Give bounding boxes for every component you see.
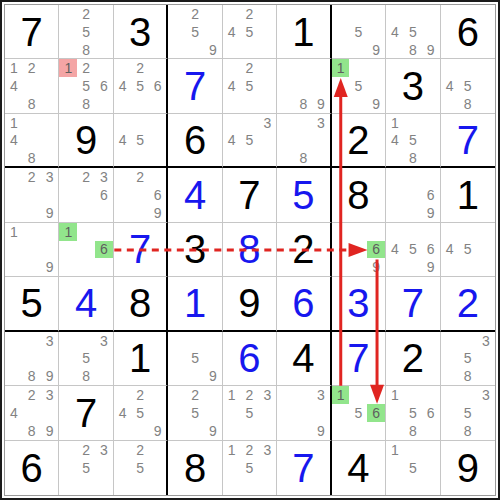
candidate-1[interactable]: 1 (386, 386, 404, 404)
candidate-9[interactable]: 9 (367, 95, 385, 113)
cell-r9c3[interactable]: 25 (114, 441, 168, 495)
candidate-grid: 1568 (386, 386, 439, 439)
empty-candidate-slot (23, 349, 41, 367)
cell-r7c1[interactable]: 389 (5, 332, 59, 386)
candidate-3[interactable]: 3 (258, 441, 276, 459)
candidate-5[interactable]: 5 (241, 459, 259, 477)
cell-r2c6[interactable]: 89 (277, 59, 331, 113)
empty-candidate-slot (5, 258, 23, 276)
candidate-9[interactable]: 9 (422, 258, 440, 276)
cell-r4c1[interactable]: 239 (5, 168, 59, 222)
cell-r6c8[interactable]: 7 (386, 277, 440, 331)
empty-candidate-slot (258, 422, 276, 440)
candidate-2[interactable]: 2 (186, 5, 204, 23)
candidate-9[interactable]: 9 (41, 367, 59, 385)
candidate-3[interactable]: 3 (95, 441, 113, 459)
candidate-2[interactable]: 2 (131, 168, 148, 186)
empty-candidate-slot (186, 367, 204, 385)
candidate-3[interactable]: 3 (41, 168, 59, 186)
empty-candidate-slot (422, 386, 440, 404)
empty-candidate-slot (312, 131, 329, 148)
candidate-4[interactable]: 4 (223, 131, 241, 148)
empty-candidate-slot (312, 404, 329, 422)
candidate-2[interactable]: 2 (131, 59, 148, 77)
cell-r8c3[interactable]: 2459 (114, 386, 168, 440)
empty-candidate-slot (23, 204, 41, 222)
empty-candidate-slot (477, 59, 495, 77)
candidate-4[interactable]: 4 (223, 23, 241, 41)
cell-r4c7[interactable]: 8 (332, 168, 386, 222)
candidate-2[interactable]: 2 (186, 386, 204, 404)
cell-r9c7[interactable]: 4 (332, 441, 386, 495)
candidate-3[interactable]: 3 (312, 386, 329, 404)
candidate-5[interactable]: 5 (131, 131, 148, 148)
candidate-grid: 345 (223, 114, 276, 166)
candidate-grid: 245 (223, 5, 276, 58)
candidate-grid: 156 (332, 386, 385, 439)
candidate-2[interactable]: 2 (77, 168, 95, 186)
cell-r6c9[interactable]: 2 (441, 277, 495, 331)
candidate-8[interactable]: 8 (23, 95, 41, 113)
candidate-8[interactable]: 8 (295, 95, 312, 113)
cell-r5c9[interactable]: 45 (441, 223, 495, 277)
cell-r6c5[interactable]: 9 (223, 277, 277, 331)
cell-r3c1[interactable]: 148 (5, 114, 59, 168)
cell-r8c5[interactable]: 1235 (223, 386, 277, 440)
cell-r3c7[interactable]: 2 (332, 114, 386, 168)
candidate-2[interactable]: 2 (241, 59, 259, 77)
candidate-2[interactable]: 2 (131, 386, 148, 404)
empty-candidate-slot (95, 41, 113, 59)
empty-candidate-slot (404, 186, 422, 204)
candidate-8[interactable]: 8 (77, 95, 95, 113)
empty-candidate-slot (349, 386, 367, 404)
candidate-1[interactable]: 1 (223, 441, 241, 459)
empty-candidate-slot (332, 223, 350, 241)
candidate-5[interactable]: 5 (131, 404, 148, 422)
cell-r9c8[interactable]: 15 (386, 441, 440, 495)
given-digit: 7 (238, 175, 260, 215)
empty-candidate-slot (277, 149, 294, 166)
candidate-5[interactable]: 5 (186, 23, 204, 41)
cell-r3c9[interactable]: 7 (441, 114, 495, 168)
empty-candidate-slot (41, 95, 59, 113)
candidate-8[interactable]: 8 (77, 41, 95, 59)
candidate-6-green-highlight[interactable]: 6 (367, 241, 385, 259)
empty-candidate-slot (477, 367, 495, 385)
cell-r1c5[interactable]: 245 (223, 5, 277, 59)
empty-candidate-slot (404, 223, 422, 241)
empty-candidate-slot (5, 386, 23, 404)
candidate-9[interactable]: 9 (41, 422, 59, 440)
candidate-5[interactable]: 5 (241, 404, 259, 422)
empty-candidate-slot (59, 5, 77, 23)
candidate-5[interactable]: 5 (404, 23, 422, 41)
candidate-9[interactable]: 9 (149, 204, 166, 222)
candidate-3[interactable]: 3 (258, 386, 276, 404)
cell-r6c2[interactable]: 4 (59, 277, 113, 331)
candidate-6-green-highlight[interactable]: 6 (95, 241, 113, 259)
cell-r8c8[interactable]: 1568 (386, 386, 440, 440)
candidate-5[interactable]: 5 (459, 241, 477, 259)
candidate-3[interactable]: 3 (95, 332, 113, 350)
empty-candidate-slot (131, 149, 148, 166)
empty-candidate-slot (332, 422, 350, 440)
empty-candidate-slot (295, 404, 312, 422)
candidate-2[interactable]: 2 (23, 168, 41, 186)
cell-r1c3[interactable]: 3 (114, 5, 168, 59)
cell-r4c6[interactable]: 5 (277, 168, 331, 222)
solved-digit: 7 (402, 283, 424, 323)
candidate-5[interactable]: 5 (186, 404, 204, 422)
candidate-4[interactable]: 4 (386, 23, 404, 41)
candidate-1-green-highlight[interactable]: 1 (59, 223, 77, 241)
cell-r2c1[interactable]: 1248 (5, 59, 59, 113)
candidate-6[interactable]: 6 (422, 241, 440, 259)
cell-r4c4[interactable]: 4 (168, 168, 222, 222)
candidate-4[interactable]: 4 (441, 241, 459, 259)
candidate-6[interactable]: 6 (422, 186, 440, 204)
candidate-4[interactable]: 4 (5, 131, 23, 148)
cell-r1c1[interactable]: 7 (5, 5, 59, 59)
cell-r3c6[interactable]: 38 (277, 114, 331, 168)
candidate-1-red-highlight[interactable]: 1 (59, 59, 77, 77)
candidate-4[interactable]: 4 (114, 404, 131, 422)
candidate-grid: 358 (441, 386, 495, 439)
cell-r3c3[interactable]: 45 (114, 114, 168, 168)
empty-candidate-slot (404, 477, 422, 495)
empty-candidate-slot (95, 223, 113, 241)
board-frame: 7258325924515945896124812568245672458915… (0, 0, 500, 500)
solved-digit: 4 (184, 175, 206, 215)
candidate-6[interactable]: 6 (95, 77, 113, 95)
candidate-grid: 69 (386, 168, 439, 221)
candidate-grid: 1458 (386, 114, 439, 166)
cell-r7c3[interactable]: 1 (114, 332, 168, 386)
candidate-3[interactable]: 3 (312, 114, 329, 131)
cell-r7c4[interactable]: 59 (168, 332, 222, 386)
candidate-5[interactable]: 5 (404, 241, 422, 259)
candidate-2[interactable]: 2 (23, 59, 41, 77)
candidate-8[interactable]: 8 (77, 367, 95, 385)
empty-candidate-slot (41, 241, 59, 259)
candidate-9[interactable]: 9 (204, 367, 222, 385)
empty-candidate-slot (223, 114, 241, 131)
candidate-5[interactable]: 5 (459, 349, 477, 367)
candidate-5[interactable]: 5 (404, 131, 422, 148)
candidate-4[interactable]: 4 (223, 77, 241, 95)
candidate-2[interactable]: 2 (77, 59, 95, 77)
empty-candidate-slot (5, 349, 23, 367)
cell-r8c9[interactable]: 358 (441, 386, 495, 440)
candidate-5[interactable]: 5 (131, 77, 148, 95)
empty-candidate-slot (258, 5, 276, 23)
cell-r1c4[interactable]: 259 (168, 5, 222, 59)
candidate-2[interactable]: 2 (241, 441, 259, 459)
candidate-1[interactable]: 1 (386, 441, 404, 459)
cell-r4c5[interactable]: 7 (223, 168, 277, 222)
candidate-9[interactable]: 9 (422, 41, 440, 59)
cell-r6c3[interactable]: 8 (114, 277, 168, 331)
candidate-9[interactable]: 9 (204, 422, 222, 440)
candidate-8[interactable]: 8 (404, 149, 422, 166)
cell-r5c2[interactable]: 16 (59, 223, 113, 277)
candidate-8[interactable]: 8 (459, 367, 477, 385)
empty-candidate-slot (131, 95, 148, 113)
cell-r9c2[interactable]: 235 (59, 441, 113, 495)
candidate-2[interactable]: 2 (241, 386, 259, 404)
candidate-4[interactable]: 4 (441, 77, 459, 95)
candidate-5[interactable]: 5 (241, 23, 259, 41)
cell-r2c4[interactable]: 7 (168, 59, 222, 113)
cell-r6c4[interactable]: 1 (168, 277, 222, 331)
given-digit: 2 (402, 338, 424, 378)
cell-r3c5[interactable]: 345 (223, 114, 277, 168)
empty-candidate-slot (386, 168, 404, 186)
empty-candidate-slot (131, 114, 148, 131)
empty-candidate-slot (367, 23, 385, 41)
cell-r5c7[interactable]: 69 (332, 223, 386, 277)
given-digit: 9 (457, 448, 479, 488)
candidate-9[interactable]: 9 (422, 204, 440, 222)
empty-candidate-slot (441, 422, 459, 440)
given-digit: 3 (129, 12, 151, 52)
empty-candidate-slot (41, 186, 59, 204)
candidate-grid: 4589 (386, 5, 439, 58)
empty-candidate-slot (312, 149, 329, 166)
candidate-8[interactable]: 8 (23, 422, 41, 440)
empty-candidate-slot (131, 204, 148, 222)
given-digit: 1 (292, 12, 314, 52)
candidate-3[interactable]: 3 (258, 114, 276, 131)
candidate-4[interactable]: 4 (5, 404, 23, 422)
cell-r2c7[interactable]: 159 (332, 59, 386, 113)
cell-r1c8[interactable]: 4589 (386, 5, 440, 59)
given-digit: 8 (347, 175, 369, 215)
candidate-8[interactable]: 8 (23, 149, 41, 166)
candidate-1[interactable]: 1 (223, 386, 241, 404)
empty-candidate-slot (422, 477, 440, 495)
candidate-grid: 45 (441, 223, 495, 276)
empty-candidate-slot (23, 77, 41, 95)
candidate-5[interactable]: 5 (459, 404, 477, 422)
empty-candidate-slot (223, 404, 241, 422)
empty-candidate-slot (59, 168, 77, 186)
cell-r4c2[interactable]: 236 (59, 168, 113, 222)
cell-r3c2[interactable]: 9 (59, 114, 113, 168)
candidate-3[interactable]: 3 (41, 332, 59, 350)
candidate-6[interactable]: 6 (149, 77, 166, 95)
candidate-6[interactable]: 6 (95, 186, 113, 204)
cell-r1c9[interactable]: 6 (441, 5, 495, 59)
given-digit: 6 (184, 120, 206, 160)
candidate-4[interactable]: 4 (114, 77, 131, 95)
cell-r4c8[interactable]: 69 (386, 168, 440, 222)
candidate-5[interactable]: 5 (131, 459, 148, 477)
empty-candidate-slot (41, 404, 59, 422)
candidate-1[interactable]: 1 (5, 114, 23, 131)
empty-candidate-slot (41, 77, 59, 95)
candidate-8[interactable]: 8 (404, 422, 422, 440)
empty-candidate-slot (404, 258, 422, 276)
empty-candidate-slot (59, 241, 77, 259)
candidate-2[interactable]: 2 (131, 441, 148, 459)
candidate-2[interactable]: 2 (77, 441, 95, 459)
candidate-grid: 38 (277, 114, 329, 166)
candidate-3[interactable]: 3 (41, 386, 59, 404)
candidate-5[interactable]: 5 (77, 349, 95, 367)
cell-r2c5[interactable]: 245 (223, 59, 277, 113)
candidate-1-green-highlight[interactable]: 1 (332, 59, 350, 77)
cell-r3c8[interactable]: 1458 (386, 114, 440, 168)
solved-digit: 6 (292, 283, 314, 323)
empty-candidate-slot (59, 477, 77, 495)
empty-candidate-slot (386, 149, 404, 166)
candidate-4[interactable]: 4 (5, 77, 23, 95)
empty-candidate-slot (258, 149, 276, 166)
candidate-2[interactable]: 2 (23, 386, 41, 404)
cell-r6c1[interactable]: 5 (5, 277, 59, 331)
candidate-3[interactable]: 3 (477, 332, 495, 350)
cell-r9c4[interactable]: 8 (168, 441, 222, 495)
candidate-5[interactable]: 5 (77, 77, 95, 95)
candidate-8[interactable]: 8 (404, 41, 422, 59)
candidate-8[interactable]: 8 (23, 367, 41, 385)
given-digit: 7 (21, 12, 43, 52)
candidate-5[interactable]: 5 (186, 349, 204, 367)
cell-r7c2[interactable]: 358 (59, 332, 113, 386)
candidate-1[interactable]: 1 (5, 223, 23, 241)
candidate-9[interactable]: 9 (41, 258, 59, 276)
cell-r5c6[interactable]: 2 (277, 223, 331, 277)
cell-r7c9[interactable]: 358 (441, 332, 495, 386)
cell-r3c4[interactable]: 6 (168, 114, 222, 168)
cell-r1c2[interactable]: 258 (59, 5, 113, 59)
candidate-9[interactable]: 9 (204, 41, 222, 59)
empty-candidate-slot (332, 95, 350, 113)
candidate-5[interactable]: 5 (241, 131, 259, 148)
candidate-4[interactable]: 4 (386, 241, 404, 259)
candidate-6[interactable]: 6 (422, 404, 440, 422)
cell-r8c6[interactable]: 39 (277, 386, 331, 440)
cell-r8c1[interactable]: 23489 (5, 386, 59, 440)
cell-r7c8[interactable]: 2 (386, 332, 440, 386)
cell-r9c9[interactable]: 9 (441, 441, 495, 495)
candidate-2[interactable]: 2 (241, 5, 259, 23)
empty-candidate-slot (441, 258, 459, 276)
candidate-9[interactable]: 9 (312, 95, 329, 113)
empty-candidate-slot (95, 477, 113, 495)
cell-r5c4[interactable]: 3 (168, 223, 222, 277)
cell-r6c6[interactable]: 6 (277, 277, 331, 331)
candidate-6-green-highlight[interactable]: 6 (367, 404, 385, 422)
cell-r7c7[interactable]: 7 (332, 332, 386, 386)
cell-r1c6[interactable]: 1 (277, 5, 331, 59)
cell-r2c9[interactable]: 458 (441, 59, 495, 113)
cell-r5c8[interactable]: 4569 (386, 223, 440, 277)
empty-candidate-slot (441, 223, 459, 241)
empty-candidate-slot (168, 422, 186, 440)
candidate-9[interactable]: 9 (41, 204, 59, 222)
cell-r4c3[interactable]: 269 (114, 168, 168, 222)
cell-r8c7[interactable]: 156 (332, 386, 386, 440)
candidate-6[interactable]: 6 (149, 186, 166, 204)
empty-candidate-slot (241, 41, 259, 59)
candidate-5[interactable]: 5 (459, 77, 477, 95)
cell-r2c8[interactable]: 3 (386, 59, 440, 113)
candidate-5[interactable]: 5 (77, 459, 95, 477)
solved-digit: 7 (292, 448, 314, 488)
candidate-5[interactable]: 5 (404, 404, 422, 422)
cell-r7c6[interactable]: 4 (277, 332, 331, 386)
candidate-2[interactable]: 2 (77, 5, 95, 23)
candidate-9[interactable]: 9 (149, 422, 166, 440)
empty-candidate-slot (477, 349, 495, 367)
cell-r2c2[interactable]: 12568 (59, 59, 113, 113)
candidate-8[interactable]: 8 (459, 95, 477, 113)
cell-r9c5[interactable]: 1235 (223, 441, 277, 495)
candidate-5[interactable]: 5 (349, 404, 367, 422)
candidate-5[interactable]: 5 (349, 23, 367, 41)
cell-r6c7[interactable]: 3 (332, 277, 386, 331)
candidate-1[interactable]: 1 (386, 114, 404, 131)
cell-r2c3[interactable]: 2456 (114, 59, 168, 113)
candidate-8[interactable]: 8 (459, 422, 477, 440)
empty-candidate-slot (258, 59, 276, 77)
empty-candidate-slot (59, 459, 77, 477)
candidate-9[interactable]: 9 (312, 422, 329, 440)
empty-candidate-slot (441, 367, 459, 385)
cell-r5c1[interactable]: 19 (5, 223, 59, 277)
empty-candidate-slot (277, 95, 294, 113)
cell-r5c5[interactable]: 8 (223, 223, 277, 277)
empty-candidate-slot (149, 404, 166, 422)
cell-r5c3[interactable]: 7 (114, 223, 168, 277)
candidate-3[interactable]: 3 (95, 168, 113, 186)
cell-r9c6[interactable]: 7 (277, 441, 331, 495)
candidate-1-green-highlight[interactable]: 1 (332, 386, 350, 404)
empty-candidate-slot (223, 477, 241, 495)
candidate-1[interactable]: 1 (5, 59, 23, 77)
empty-candidate-slot (77, 223, 95, 241)
empty-candidate-slot (41, 131, 59, 148)
candidate-9[interactable]: 9 (367, 258, 385, 276)
candidate-3[interactable]: 3 (477, 386, 495, 404)
cell-r8c4[interactable]: 259 (168, 386, 222, 440)
cell-r4c9[interactable]: 1 (441, 168, 495, 222)
cell-r7c5[interactable]: 6 (223, 332, 277, 386)
empty-candidate-slot (223, 422, 241, 440)
empty-candidate-slot (295, 131, 312, 148)
candidate-8[interactable]: 8 (295, 149, 312, 166)
candidate-4[interactable]: 4 (114, 131, 131, 148)
candidate-5[interactable]: 5 (77, 23, 95, 41)
solved-digit: 8 (238, 229, 260, 269)
empty-candidate-slot (386, 5, 404, 23)
empty-candidate-slot (149, 168, 166, 186)
candidate-5[interactable]: 5 (404, 459, 422, 477)
candidate-5[interactable]: 5 (349, 77, 367, 95)
candidate-4[interactable]: 4 (386, 131, 404, 148)
empty-candidate-slot (404, 204, 422, 222)
cell-r1c7[interactable]: 59 (332, 5, 386, 59)
cell-r9c1[interactable]: 6 (5, 441, 59, 495)
cell-r8c2[interactable]: 7 (59, 386, 113, 440)
given-digit: 7 (75, 393, 97, 433)
candidate-9[interactable]: 9 (367, 41, 385, 59)
candidate-grid: 159 (332, 59, 385, 112)
candidate-5[interactable]: 5 (241, 77, 259, 95)
